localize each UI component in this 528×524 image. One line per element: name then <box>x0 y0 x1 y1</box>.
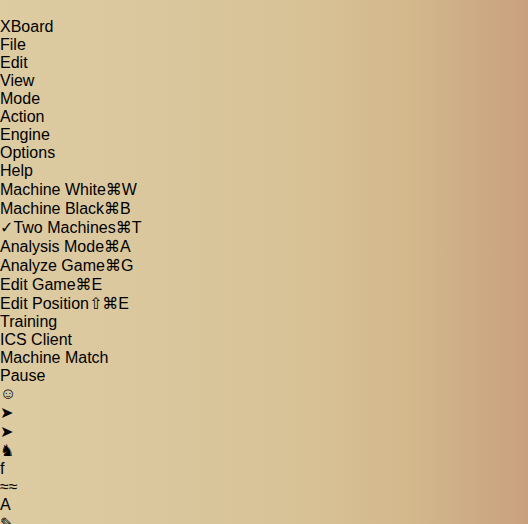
checkmark-icon: ✓ <box>0 219 13 236</box>
menu-file[interactable]: File <box>0 36 528 54</box>
finder-icon: ☺ <box>0 385 528 403</box>
menu-item-shortcut: ⌘G <box>105 257 133 274</box>
menu-item-analyze-game[interactable]: Analyze Game⌘G <box>0 256 528 275</box>
menu-edit[interactable]: Edit <box>0 54 528 72</box>
menu-view[interactable]: View <box>0 72 528 90</box>
menu-item-label: Machine White <box>0 181 106 198</box>
menu-help[interactable]: Help <box>0 162 528 180</box>
menu-item-label: Training <box>0 313 57 330</box>
menu-item-label: Machine Black <box>0 200 104 217</box>
waveform-icon: ≈≈ <box>0 478 528 496</box>
f-letter-icon: f <box>0 460 528 478</box>
menu-item-ics-client: ICS Client <box>0 331 528 349</box>
menu-item-shortcut: ⌘B <box>104 200 131 217</box>
menu-item-label: Machine Match <box>0 349 109 366</box>
dock-item-safari[interactable]: ➤ <box>0 422 528 441</box>
menu-item-label: Edit Game <box>0 276 76 293</box>
menu-item-label: Pause <box>0 367 45 384</box>
menu-item-label: ICS Client <box>0 331 72 348</box>
safari-compass-icon: ➤ <box>0 422 528 441</box>
menu-item-label: Two Machines <box>13 219 115 236</box>
dock-item-finder[interactable]: ☺ <box>0 385 528 403</box>
dock-item-xboard[interactable]: ♞ <box>0 441 528 460</box>
menu-item-two-machines[interactable]: ✓Two Machines⌘T <box>0 218 528 237</box>
menu-engine[interactable]: Engine <box>0 126 528 144</box>
dock-item-launchpad[interactable]: ➤ <box>0 403 528 422</box>
menu-item-shortcut: ⌘T <box>116 219 142 236</box>
knight-icon: ♞ <box>0 441 528 460</box>
menu-item-edit-position[interactable]: Edit Position⇧⌘E <box>0 294 528 313</box>
menu-item-label: Analyze Game <box>0 257 105 274</box>
menu-item-edit-game[interactable]: Edit Game⌘E <box>0 275 528 294</box>
pencil-paper-icon: ✎ <box>0 514 528 524</box>
menu-item-analysis-mode[interactable]: Analysis Mode⌘A <box>0 237 528 256</box>
menu-item-machine-white: Machine White⌘W <box>0 180 528 199</box>
menu-xboard[interactable]: XBoard <box>0 18 528 36</box>
mode-menu: Machine White⌘WMachine Black⌘B✓Two Machi… <box>0 180 528 385</box>
menu-item-shortcut: ⌘E <box>76 276 103 293</box>
menu-item-label: Analysis Mode <box>0 238 104 255</box>
menubar: XBoardFileEditViewModeActionEngineOption… <box>0 0 528 180</box>
launchpad-icon: ➤ <box>0 403 528 422</box>
menu-item-pause[interactable]: Pause <box>0 367 528 385</box>
menu-item-shortcut: ⇧⌘E <box>89 295 129 312</box>
menu-item-machine-match[interactable]: Machine Match <box>0 349 528 367</box>
menu-item-shortcut: ⌘A <box>104 238 131 255</box>
dock-item-app-store[interactable]: A <box>0 496 528 514</box>
apple-menu[interactable] <box>0 0 528 18</box>
menu-item-label: Edit Position <box>0 295 89 312</box>
app-store-icon: A <box>0 496 528 514</box>
menu-action[interactable]: Action <box>0 108 528 126</box>
menu-item-training: Training <box>0 313 528 331</box>
dock: ☺ ➤ ➤ ♞ f ≈≈ A ✎ ▲ >_ ⚙ <box>0 385 528 524</box>
dock-item-font-app[interactable]: f <box>0 460 528 478</box>
menu-options[interactable]: Options <box>0 144 528 162</box>
menu-item-shortcut: ⌘W <box>106 181 137 198</box>
menu-item-machine-black: Machine Black⌘B <box>0 199 528 218</box>
dock-item-textedit[interactable]: ✎ <box>0 514 528 524</box>
menu-mode[interactable]: Mode <box>0 90 528 108</box>
menubar-items: XBoardFileEditViewModeActionEngineOption… <box>0 0 528 180</box>
dock-item-audio-app[interactable]: ≈≈ <box>0 478 528 496</box>
wallpaper-rocks <box>502 20 528 524</box>
